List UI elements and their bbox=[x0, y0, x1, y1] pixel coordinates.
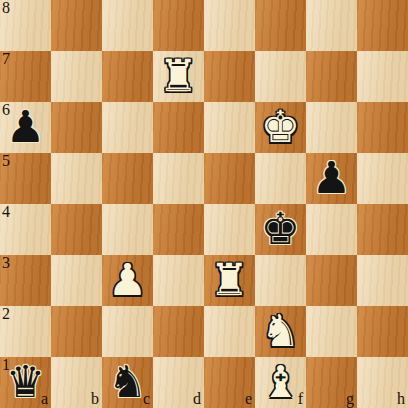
square-d2[interactable] bbox=[153, 306, 204, 357]
square-f3[interactable] bbox=[255, 255, 306, 306]
piece-white-pawn-c3[interactable]: ♟ bbox=[102, 255, 153, 306]
square-b3[interactable] bbox=[51, 255, 102, 306]
square-h2[interactable] bbox=[357, 306, 408, 357]
square-f5[interactable] bbox=[255, 153, 306, 204]
piece-black-pawn-a6[interactable]: ♟ bbox=[0, 102, 51, 153]
piece-white-rook-e3[interactable]: ♜ bbox=[204, 255, 255, 306]
square-a4[interactable] bbox=[0, 204, 51, 255]
square-f7[interactable] bbox=[255, 51, 306, 102]
piece-white-knight-f2[interactable]: ♞ bbox=[255, 306, 306, 357]
piece-white-rook-d7[interactable]: ♜ bbox=[153, 51, 204, 102]
chess-board: 87654321abcdefgh♜♟♚♟♚♟♜♞♛♞♝ bbox=[0, 0, 408, 408]
square-d6[interactable] bbox=[153, 102, 204, 153]
square-d4[interactable] bbox=[153, 204, 204, 255]
square-a5[interactable] bbox=[0, 153, 51, 204]
square-e2[interactable] bbox=[204, 306, 255, 357]
piece-white-bishop-f1[interactable]: ♝ bbox=[255, 357, 306, 408]
square-g3[interactable] bbox=[306, 255, 357, 306]
square-a2[interactable] bbox=[0, 306, 51, 357]
square-b7[interactable] bbox=[51, 51, 102, 102]
square-h7[interactable] bbox=[357, 51, 408, 102]
square-h1[interactable] bbox=[357, 357, 408, 408]
square-b1[interactable] bbox=[51, 357, 102, 408]
square-d5[interactable] bbox=[153, 153, 204, 204]
piece-black-pawn-g5[interactable]: ♟ bbox=[306, 153, 357, 204]
square-h4[interactable] bbox=[357, 204, 408, 255]
square-e1[interactable] bbox=[204, 357, 255, 408]
square-d1[interactable] bbox=[153, 357, 204, 408]
square-a8[interactable] bbox=[0, 0, 51, 51]
square-c6[interactable] bbox=[102, 102, 153, 153]
square-e4[interactable] bbox=[204, 204, 255, 255]
square-c4[interactable] bbox=[102, 204, 153, 255]
square-h5[interactable] bbox=[357, 153, 408, 204]
square-c7[interactable] bbox=[102, 51, 153, 102]
square-c8[interactable] bbox=[102, 0, 153, 51]
square-g7[interactable] bbox=[306, 51, 357, 102]
piece-black-queen-a1[interactable]: ♛ bbox=[0, 357, 51, 408]
square-d8[interactable] bbox=[153, 0, 204, 51]
square-b8[interactable] bbox=[51, 0, 102, 51]
square-h6[interactable] bbox=[357, 102, 408, 153]
square-f8[interactable] bbox=[255, 0, 306, 51]
piece-black-knight-c1[interactable]: ♞ bbox=[102, 357, 153, 408]
square-a3[interactable] bbox=[0, 255, 51, 306]
square-e7[interactable] bbox=[204, 51, 255, 102]
square-g4[interactable] bbox=[306, 204, 357, 255]
square-h8[interactable] bbox=[357, 0, 408, 51]
square-c5[interactable] bbox=[102, 153, 153, 204]
square-g2[interactable] bbox=[306, 306, 357, 357]
piece-white-king-f6[interactable]: ♚ bbox=[255, 102, 306, 153]
square-a7[interactable] bbox=[0, 51, 51, 102]
square-d3[interactable] bbox=[153, 255, 204, 306]
square-e5[interactable] bbox=[204, 153, 255, 204]
square-c2[interactable] bbox=[102, 306, 153, 357]
square-e6[interactable] bbox=[204, 102, 255, 153]
square-b4[interactable] bbox=[51, 204, 102, 255]
square-e8[interactable] bbox=[204, 0, 255, 51]
piece-black-king-f4[interactable]: ♚ bbox=[255, 204, 306, 255]
square-b5[interactable] bbox=[51, 153, 102, 204]
square-g1[interactable] bbox=[306, 357, 357, 408]
square-b2[interactable] bbox=[51, 306, 102, 357]
square-g8[interactable] bbox=[306, 0, 357, 51]
square-g6[interactable] bbox=[306, 102, 357, 153]
square-b6[interactable] bbox=[51, 102, 102, 153]
square-h3[interactable] bbox=[357, 255, 408, 306]
